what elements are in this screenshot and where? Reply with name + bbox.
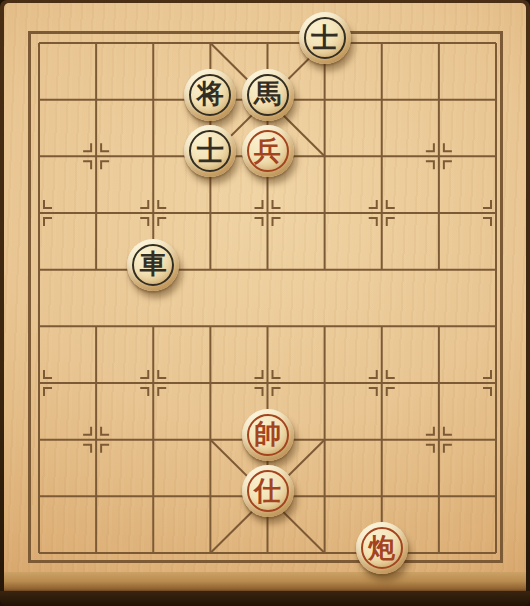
piece-black-horse[interactable]: 馬 [242, 69, 294, 121]
piece-engraved-ring: 仕 [247, 470, 289, 512]
piece-red-advisor[interactable]: 仕 [242, 465, 294, 517]
piece-engraved-ring: 士 [189, 130, 231, 172]
piece-engraved-ring: 車 [132, 244, 174, 286]
piece-character: 炮 [368, 534, 395, 561]
piece-character: 士 [197, 137, 224, 164]
piece-character: 帥 [254, 420, 281, 447]
piece-character: 車 [140, 250, 167, 277]
piece-engraved-ring: 炮 [361, 527, 403, 569]
piece-black-chariot[interactable]: 車 [127, 239, 179, 291]
piece-black-advisor[interactable]: 士 [299, 12, 351, 64]
piece-engraved-ring: 兵 [247, 130, 289, 172]
piece-character: 仕 [254, 477, 281, 504]
piece-engraved-ring: 将 [189, 74, 231, 116]
xiangqi-app-window: 士将馬士兵車帥仕炮 [0, 0, 530, 606]
piece-character: 士 [311, 24, 338, 51]
piece-engraved-ring: 馬 [247, 74, 289, 116]
piece-red-general[interactable]: 帥 [242, 409, 294, 461]
piece-engraved-ring: 帥 [247, 414, 289, 456]
piece-character: 兵 [254, 137, 281, 164]
piece-red-cannon[interactable]: 炮 [356, 522, 408, 574]
piece-black-general[interactable]: 将 [184, 69, 236, 121]
piece-character: 将 [197, 80, 224, 107]
piece-character: 馬 [254, 80, 281, 107]
piece-engraved-ring: 士 [304, 17, 346, 59]
piece-red-soldier[interactable]: 兵 [242, 125, 294, 177]
